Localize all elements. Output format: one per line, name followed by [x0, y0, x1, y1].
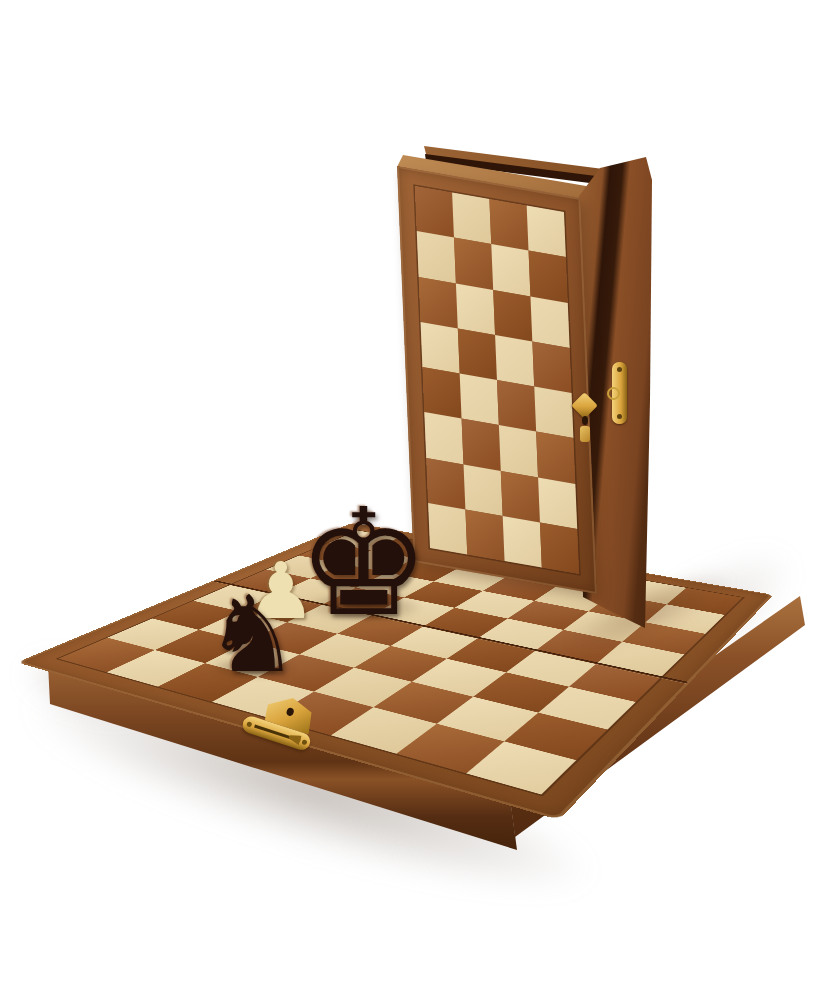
board-square — [540, 522, 579, 574]
piece-shadow — [209, 657, 296, 678]
board-square — [421, 322, 460, 374]
clasp-diamond-plate — [571, 392, 598, 419]
piece-shadow — [303, 592, 424, 622]
brass-diamond-clasp-icon — [568, 386, 602, 448]
board-square — [503, 516, 542, 568]
board-square — [489, 199, 528, 251]
board-square — [462, 419, 501, 471]
board-square — [460, 374, 499, 426]
standing-board-face — [397, 166, 597, 594]
board-square — [491, 244, 530, 296]
board-square — [495, 335, 534, 387]
board-square — [497, 380, 536, 432]
board-square — [465, 509, 504, 561]
board-square — [538, 477, 577, 529]
brass-hinge-hook-icon — [612, 362, 627, 424]
board-square — [532, 341, 571, 393]
board-square — [424, 412, 463, 464]
board-square — [493, 290, 532, 342]
board-square — [463, 464, 502, 516]
board-square — [422, 367, 461, 419]
board-square — [527, 206, 566, 258]
hinge-hook — [607, 387, 620, 400]
board-square — [419, 276, 458, 328]
hinge-screw — [617, 367, 622, 372]
clasp-tail — [580, 426, 590, 442]
clasp-keyhole — [582, 416, 588, 425]
standing-board-checker-grid — [415, 186, 579, 574]
board-square — [454, 238, 493, 290]
hinge-screw — [617, 414, 622, 419]
board-square — [452, 193, 491, 245]
board-square — [530, 296, 569, 348]
board-square — [456, 283, 495, 335]
board-square — [426, 457, 465, 509]
product-photo-scene: ♟♞♚ — [0, 0, 819, 1000]
board-square — [529, 251, 568, 303]
board-square — [501, 471, 540, 523]
board-square — [499, 425, 538, 477]
board-square — [417, 231, 456, 283]
board-square — [458, 328, 497, 380]
board-square — [415, 186, 454, 238]
board-square — [428, 503, 467, 555]
